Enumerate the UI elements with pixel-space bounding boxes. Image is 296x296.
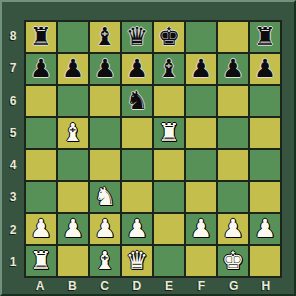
file-label-f: F xyxy=(185,278,217,294)
square-d8[interactable]: ♛ xyxy=(122,22,152,52)
piece-black-rook-a8[interactable]: ♜ xyxy=(30,22,52,52)
square-g2[interactable]: ♟ xyxy=(218,214,248,244)
square-g3[interactable] xyxy=(218,182,248,212)
square-f1[interactable] xyxy=(186,246,216,276)
file-label-e: E xyxy=(153,278,185,294)
square-a5[interactable] xyxy=(26,118,56,148)
piece-white-rook-e5[interactable]: ♜ xyxy=(158,118,180,148)
square-d5[interactable] xyxy=(122,118,152,148)
square-e7[interactable]: ♝ xyxy=(154,54,184,84)
piece-black-pawn-h7[interactable]: ♟ xyxy=(254,54,276,84)
square-c2[interactable]: ♟ xyxy=(90,214,120,244)
piece-black-pawn-d7[interactable]: ♟ xyxy=(126,54,148,84)
square-h8[interactable]: ♜ xyxy=(250,22,280,52)
square-e3[interactable] xyxy=(154,182,184,212)
square-b2[interactable]: ♟ xyxy=(58,214,88,244)
rank-labels: 87654321 xyxy=(2,20,24,278)
rank-label-6: 6 xyxy=(2,85,24,117)
square-e1[interactable] xyxy=(154,246,184,276)
square-b7[interactable]: ♟ xyxy=(58,54,88,84)
square-c1[interactable]: ♝ xyxy=(90,246,120,276)
square-a2[interactable]: ♟ xyxy=(26,214,56,244)
square-d1[interactable]: ♛ xyxy=(122,246,152,276)
square-d6[interactable]: ♞ xyxy=(122,86,152,116)
square-e8[interactable]: ♚ xyxy=(154,22,184,52)
rank-label-1: 1 xyxy=(2,246,24,278)
square-h7[interactable]: ♟ xyxy=(250,54,280,84)
piece-black-pawn-f7[interactable]: ♟ xyxy=(190,54,212,84)
file-label-g: G xyxy=(218,278,250,294)
square-f4[interactable] xyxy=(186,150,216,180)
file-label-h: H xyxy=(250,278,282,294)
square-e5[interactable]: ♜ xyxy=(154,118,184,148)
square-d3[interactable] xyxy=(122,182,152,212)
chess-board-frame: 87654321 ♜♝♛♚♜♟♟♟♟♝♟♟♟♞♝♜♞♟♟♟♟♟♟♟♜♝♛♚ AB… xyxy=(0,0,296,296)
rank-label-3: 3 xyxy=(2,181,24,213)
square-e6[interactable] xyxy=(154,86,184,116)
square-c6[interactable] xyxy=(90,86,120,116)
board: ♜♝♛♚♜♟♟♟♟♝♟♟♟♞♝♜♞♟♟♟♟♟♟♟♜♝♛♚ xyxy=(24,20,282,278)
file-label-b: B xyxy=(56,278,88,294)
square-h3[interactable] xyxy=(250,182,280,212)
square-a3[interactable] xyxy=(26,182,56,212)
square-d7[interactable]: ♟ xyxy=(122,54,152,84)
piece-black-king-e8[interactable]: ♚ xyxy=(158,22,180,52)
rank-label-4: 4 xyxy=(2,149,24,181)
rank-label-7: 7 xyxy=(2,52,24,84)
piece-white-pawn-a2[interactable]: ♟ xyxy=(30,214,52,244)
piece-black-pawn-a7[interactable]: ♟ xyxy=(30,54,52,84)
square-f2[interactable]: ♟ xyxy=(186,214,216,244)
piece-white-pawn-b2[interactable]: ♟ xyxy=(62,214,84,244)
square-g7[interactable]: ♟ xyxy=(218,54,248,84)
square-c7[interactable]: ♟ xyxy=(90,54,120,84)
piece-black-queen-d8[interactable]: ♛ xyxy=(126,22,148,52)
square-f8[interactable] xyxy=(186,22,216,52)
piece-black-pawn-b7[interactable]: ♟ xyxy=(62,54,84,84)
piece-white-queen-d1[interactable]: ♛ xyxy=(126,246,148,276)
piece-black-bishop-e7[interactable]: ♝ xyxy=(158,54,180,84)
square-b5[interactable]: ♝ xyxy=(58,118,88,148)
square-a4[interactable] xyxy=(26,150,56,180)
square-b4[interactable] xyxy=(58,150,88,180)
square-e2[interactable] xyxy=(154,214,184,244)
piece-black-rook-h8[interactable]: ♜ xyxy=(254,22,276,52)
square-b1[interactable] xyxy=(58,246,88,276)
square-b3[interactable] xyxy=(58,182,88,212)
square-b8[interactable] xyxy=(58,22,88,52)
piece-white-bishop-b5[interactable]: ♝ xyxy=(62,118,84,148)
square-f7[interactable]: ♟ xyxy=(186,54,216,84)
square-f3[interactable] xyxy=(186,182,216,212)
file-labels: ABCDEFGH xyxy=(24,278,282,294)
square-c4[interactable] xyxy=(90,150,120,180)
piece-white-pawn-c2[interactable]: ♟ xyxy=(94,214,116,244)
square-a6[interactable] xyxy=(26,86,56,116)
piece-white-rook-a1[interactable]: ♜ xyxy=(30,246,52,276)
square-h5[interactable] xyxy=(250,118,280,148)
piece-white-pawn-g2[interactable]: ♟ xyxy=(222,214,244,244)
piece-white-pawn-h2[interactable]: ♟ xyxy=(254,214,276,244)
piece-white-knight-c3[interactable]: ♞ xyxy=(94,182,116,212)
square-c5[interactable] xyxy=(90,118,120,148)
piece-black-pawn-c7[interactable]: ♟ xyxy=(94,54,116,84)
square-h1[interactable] xyxy=(250,246,280,276)
square-g1[interactable]: ♚ xyxy=(218,246,248,276)
piece-white-bishop-c1[interactable]: ♝ xyxy=(94,246,116,276)
square-h2[interactable]: ♟ xyxy=(250,214,280,244)
square-d2[interactable]: ♟ xyxy=(122,214,152,244)
piece-black-pawn-g7[interactable]: ♟ xyxy=(222,54,244,84)
square-g4[interactable] xyxy=(218,150,248,180)
square-g6[interactable] xyxy=(218,86,248,116)
square-c8[interactable]: ♝ xyxy=(90,22,120,52)
piece-white-pawn-d2[interactable]: ♟ xyxy=(126,214,148,244)
square-d4[interactable] xyxy=(122,150,152,180)
square-f6[interactable] xyxy=(186,86,216,116)
square-h6[interactable] xyxy=(250,86,280,116)
piece-white-king-g1[interactable]: ♚ xyxy=(222,246,244,276)
square-e4[interactable] xyxy=(154,150,184,180)
rank-label-5: 5 xyxy=(2,117,24,149)
square-c3[interactable]: ♞ xyxy=(90,182,120,212)
rank-label-2: 2 xyxy=(2,214,24,246)
square-a1[interactable]: ♜ xyxy=(26,246,56,276)
piece-black-bishop-c8[interactable]: ♝ xyxy=(94,22,116,52)
square-b6[interactable] xyxy=(58,86,88,116)
piece-black-knight-d6[interactable]: ♞ xyxy=(126,86,148,116)
file-label-a: A xyxy=(24,278,56,294)
square-a8[interactable]: ♜ xyxy=(26,22,56,52)
rank-label-8: 8 xyxy=(2,20,24,52)
square-g5[interactable] xyxy=(218,118,248,148)
file-label-d: D xyxy=(121,278,153,294)
square-f5[interactable] xyxy=(186,118,216,148)
square-g8[interactable] xyxy=(218,22,248,52)
square-a7[interactable]: ♟ xyxy=(26,54,56,84)
file-label-c: C xyxy=(89,278,121,294)
piece-white-pawn-f2[interactable]: ♟ xyxy=(190,214,212,244)
square-h4[interactable] xyxy=(250,150,280,180)
